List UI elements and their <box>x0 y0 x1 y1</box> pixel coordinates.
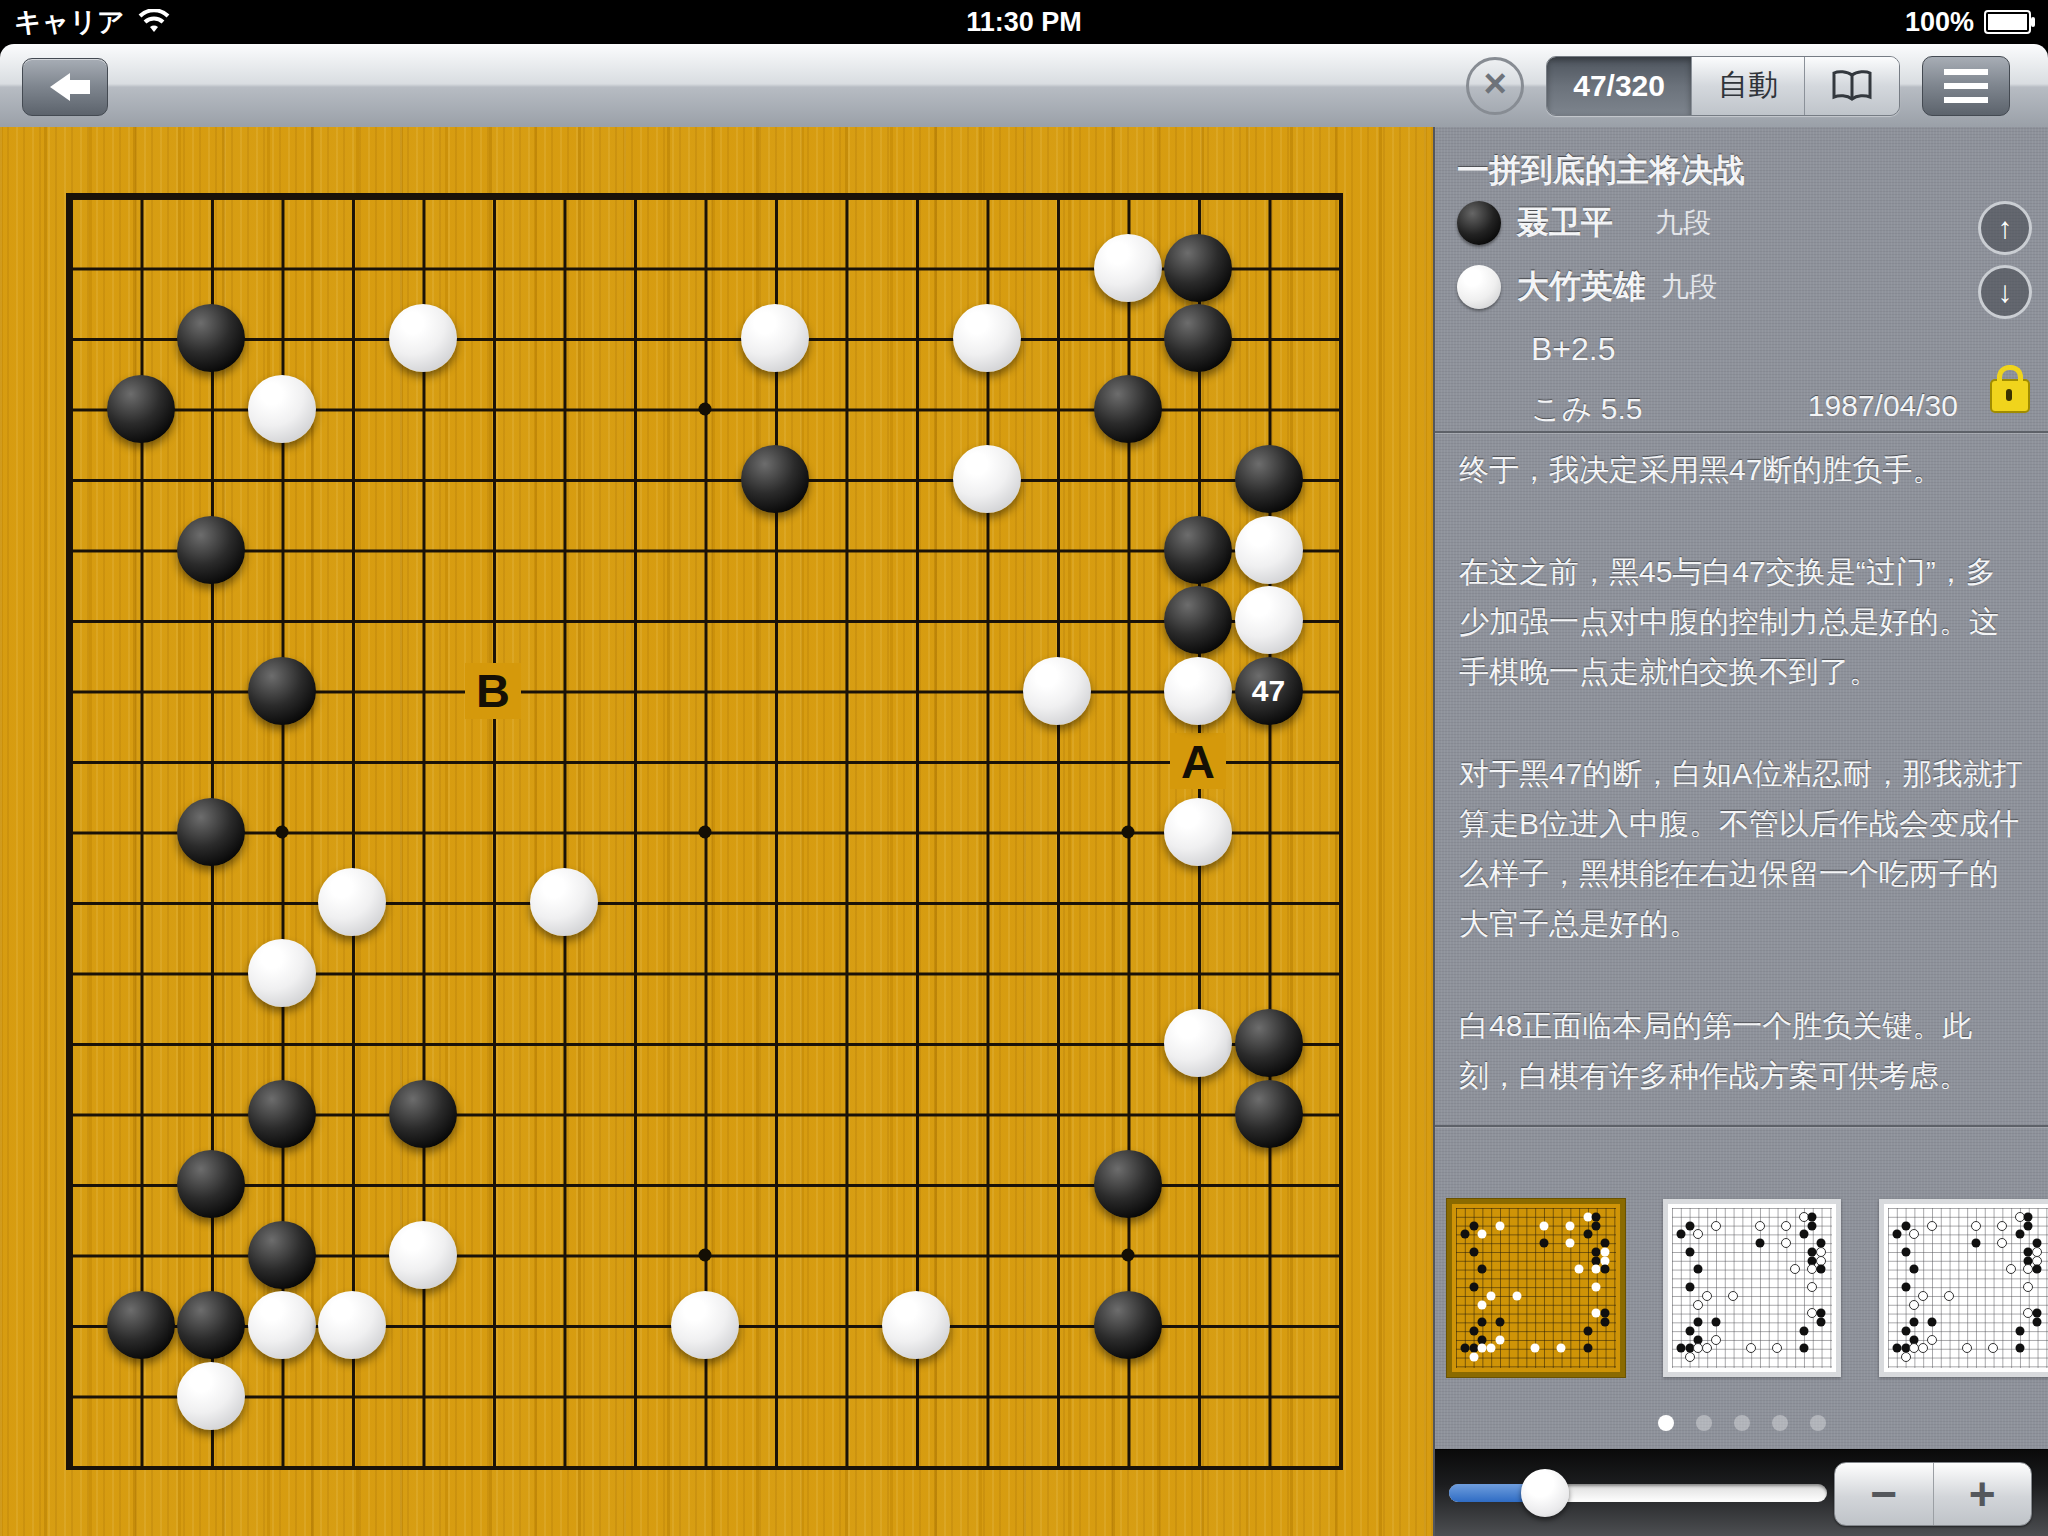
commentary-paragraph: 对于黑47的断，白如A位粘忍耐，那我就打算走B位进入中腹。不管以后作战会变成什么… <box>1459 749 2024 949</box>
thumbnail-stone <box>1971 1239 1980 1248</box>
white-stone <box>1235 516 1303 584</box>
black-stone <box>1164 304 1232 372</box>
black-stone <box>107 375 175 443</box>
point-label-B: B <box>465 663 521 719</box>
thumbnail-stone <box>1469 1283 1478 1292</box>
thumbnail-stone <box>1694 1318 1703 1327</box>
thumbnail-grid <box>1672 1208 1832 1368</box>
black-stone <box>1235 1080 1303 1148</box>
thumbnail-stone <box>1693 1229 1703 1239</box>
black-stone <box>1235 1009 1303 1077</box>
divider <box>1435 1125 2048 1127</box>
black-stone <box>1164 234 1232 302</box>
thumbnail-stone <box>1892 1344 1901 1353</box>
game-date: 1987/04/30 <box>1808 389 1958 423</box>
thumbnail-stone <box>1583 1326 1592 1335</box>
white-player-name: 大竹英雄 <box>1517 265 1645 309</box>
goban-grid[interactable]: BA47 <box>66 193 1343 1470</box>
thumbnail-stone <box>1927 1221 1937 1231</box>
thumbnail-stone <box>1601 1318 1610 1327</box>
thumbnail-stone <box>1746 1343 1756 1353</box>
thumbnail-stone <box>1478 1318 1487 1327</box>
thumbnail-stone <box>1583 1212 1592 1221</box>
thumbnail-stone <box>1469 1247 1478 1256</box>
thumbnail-stone <box>1817 1309 1826 1318</box>
page-dot-2[interactable] <box>1696 1415 1712 1431</box>
thumbnail-stone <box>1566 1239 1575 1248</box>
white-stone <box>1235 586 1303 654</box>
zoom-slider[interactable] <box>1449 1484 1827 1502</box>
thumbnail-stone <box>1478 1265 1487 1274</box>
thumbnail-stone <box>1487 1344 1496 1353</box>
book-icon <box>1831 70 1873 102</box>
white-stone <box>741 304 809 372</box>
star-point <box>1121 1248 1134 1261</box>
white-stone <box>530 868 598 936</box>
black-stone <box>248 657 316 725</box>
zoom-in-button[interactable]: + <box>1934 1463 2032 1525</box>
zoom-out-button[interactable]: − <box>1835 1463 1934 1525</box>
black-stone <box>741 445 809 513</box>
white-stone-icon <box>1457 265 1501 309</box>
black-stone <box>248 1221 316 1289</box>
lock-icon <box>1990 379 2030 413</box>
commentary-paragraph: 终于，我决定采用黑47断的胜负手。 <box>1459 445 2024 495</box>
thumbnail-stone <box>1601 1239 1610 1248</box>
thumbnail-stone <box>1781 1238 1791 1248</box>
white-stone <box>318 1291 386 1359</box>
thumbnail-stone <box>1918 1343 1928 1353</box>
auto-play-segment[interactable]: 自動 <box>1691 57 1804 115</box>
thumbnail-stone <box>1997 1221 2007 1231</box>
thumbnail-stone <box>1685 1221 1694 1230</box>
white-stone <box>882 1291 950 1359</box>
thumbnail-stone <box>1487 1291 1496 1300</box>
info-sidebar: 一拼到底的主将决战 聂卫平 九段 ↑ 大竹英雄 九段 ↓ B+2.5 こみ 5.… <box>1433 127 2048 1536</box>
thumbnail-stone <box>1702 1343 1712 1353</box>
thumbnail-stone <box>1772 1343 1782 1353</box>
thumbnail-stone <box>1892 1230 1901 1239</box>
app-screen: { "game": "go", "status_bar": { "carrier… <box>0 0 2048 1536</box>
white-player-row: 大竹英雄 九段 <box>1457 265 1717 309</box>
thumbnail-stone <box>1531 1344 1540 1353</box>
diagram-thumbnails <box>1447 1199 2048 1377</box>
white-stone <box>248 939 316 1007</box>
thumbnail-stone <box>1817 1318 1826 1327</box>
thumbnail-stone <box>1901 1326 1910 1335</box>
black-stone <box>177 1150 245 1218</box>
thumbnail-stone <box>1469 1221 1478 1230</box>
thumbnail-stone <box>2024 1212 2033 1221</box>
black-stone <box>1235 445 1303 513</box>
thumbnail-stone <box>1478 1335 1487 1344</box>
divider <box>1435 431 2048 433</box>
star-point <box>698 1248 711 1261</box>
thumbnail-stone <box>1790 1264 1800 1274</box>
black-stone <box>1094 1150 1162 1218</box>
game-result: B+2.5 <box>1531 331 1616 368</box>
thumbnail-stone <box>1685 1283 1694 1292</box>
black-stone-icon <box>1457 201 1501 245</box>
thumbnail-stone <box>1495 1221 1504 1230</box>
thumbnail-stone <box>1910 1318 1919 1327</box>
thumbnail-stone <box>1711 1318 1720 1327</box>
thumbnail-stone <box>1901 1221 1910 1230</box>
page-dot-3[interactable] <box>1734 1415 1750 1431</box>
auto-label: 自動 <box>1718 65 1778 106</box>
thumbnail-stone <box>1592 1265 1601 1274</box>
black-stone <box>1164 516 1232 584</box>
scroll-down-button[interactable]: ↓ <box>1978 265 2032 319</box>
zoom-buttons: − + <box>1834 1462 2032 1526</box>
page-dot-5[interactable] <box>1810 1415 1826 1431</box>
star-point <box>698 825 711 838</box>
thumbnail-stone <box>1817 1265 1826 1274</box>
thumbnail-stone <box>1478 1300 1487 1309</box>
page-dots <box>1435 1415 2048 1431</box>
thumbnail-stone <box>1539 1239 1548 1248</box>
black-stone <box>177 304 245 372</box>
thumbnail-stone <box>1711 1335 1721 1345</box>
scroll-up-button[interactable]: ↑ <box>1978 201 2032 255</box>
black-stone <box>177 798 245 866</box>
thumbnail-stone <box>1918 1291 1928 1301</box>
book-segment[interactable] <box>1804 57 1899 115</box>
zoom-slider-thumb[interactable] <box>1521 1469 1569 1517</box>
thumbnail-stone <box>1997 1238 2007 1248</box>
thumbnail-stone <box>1601 1309 1610 1318</box>
mode-segmented-control: 47/320 自動 <box>1546 56 1900 116</box>
black-stone <box>1094 375 1162 443</box>
nav-bar: × 47/320 自動 <box>0 44 2048 129</box>
star-point <box>1121 825 1134 838</box>
black-stone <box>1094 1291 1162 1359</box>
thumbnail-stone <box>1685 1247 1694 1256</box>
white-stone <box>389 304 457 372</box>
battery-percent: 100% <box>1905 7 1974 38</box>
thumbnail-stone <box>1808 1221 1817 1230</box>
white-stone <box>248 375 316 443</box>
thumbnail-stone <box>1539 1221 1548 1230</box>
move-counter: 47/320 <box>1573 69 1665 103</box>
black-stone-move-47: 47 <box>1235 657 1303 725</box>
white-stone <box>389 1221 457 1289</box>
thumbnail-stone <box>1755 1221 1765 1231</box>
thumbnail-stone <box>1469 1344 1478 1353</box>
thumbnail-stone <box>1807 1282 1817 1292</box>
zoom-toolbar: − + <box>1435 1449 2048 1536</box>
black-stone <box>248 1080 316 1148</box>
status-bar: キャリア 11:30 PM 100% <box>0 0 2048 44</box>
thumbnail-stone <box>1592 1247 1601 1256</box>
thumbnail-stone <box>1601 1247 1610 1256</box>
white-stone <box>1164 657 1232 725</box>
black-stone <box>177 1291 245 1359</box>
diagram-thumbnail-2[interactable] <box>1663 1199 1841 1377</box>
thumbnail-stone <box>1592 1221 1601 1230</box>
thumbnail-stone <box>2015 1230 2024 1239</box>
battery-icon <box>1984 9 2036 35</box>
thumbnail-stone <box>1592 1309 1601 1318</box>
thumbnail-stone <box>1927 1318 1936 1327</box>
thumbnail-stone <box>1799 1230 1808 1239</box>
thumbnail-stone <box>1799 1326 1808 1335</box>
thumbnail-stone <box>1909 1300 1919 1310</box>
back-button[interactable] <box>22 58 108 116</box>
thumbnail-stone <box>1685 1352 1695 1362</box>
thumbnail-stone <box>1988 1343 1998 1353</box>
thumbnail-stone <box>1702 1291 1712 1301</box>
white-stone <box>953 445 1021 513</box>
thumbnail-stone <box>1694 1265 1703 1274</box>
thumbnail-stone <box>1601 1265 1610 1274</box>
thumbnail-stone <box>1601 1256 1610 1265</box>
white-stone <box>318 868 386 936</box>
white-stone <box>953 304 1021 372</box>
thumbnail-stone <box>1513 1291 1522 1300</box>
thumbnail-stone <box>1901 1283 1910 1292</box>
point-label-A: A <box>1170 733 1226 789</box>
thumbnail-stone <box>1469 1353 1478 1362</box>
back-arrow-icon <box>36 73 70 101</box>
game-title: 一拼到底的主将决战 <box>1457 149 1745 193</box>
thumbnail-stone <box>2024 1221 2033 1230</box>
thumbnail-stone <box>1469 1326 1478 1335</box>
star-point <box>698 402 711 415</box>
white-stone <box>1164 798 1232 866</box>
move-counter-segment[interactable]: 47/320 <box>1547 57 1691 115</box>
thumbnail-stone <box>1566 1221 1575 1230</box>
thumbnail-stone <box>1944 1291 1954 1301</box>
black-player-name: 聂卫平 <box>1517 201 1613 245</box>
star-point <box>275 825 288 838</box>
thumbnail-stone <box>1478 1230 1487 1239</box>
white-stone <box>248 1291 316 1359</box>
thumbnail-stone <box>1676 1344 1685 1353</box>
move-number-label: 47 <box>1252 674 1285 708</box>
black-stone <box>1164 586 1232 654</box>
thumbnail-stone <box>1495 1318 1504 1327</box>
diagram-thumbnail-current[interactable] <box>1447 1199 1625 1377</box>
thumbnail-stone <box>1557 1344 1566 1353</box>
thumbnail-stone <box>1693 1300 1703 1310</box>
thumbnail-stone <box>1971 1221 1981 1231</box>
white-player-rank: 九段 <box>1661 268 1717 306</box>
thumbnail-stone <box>2033 1265 2042 1274</box>
thumbnail-stone <box>1909 1229 1919 1239</box>
thumbnail-stone <box>1460 1230 1469 1239</box>
thumbnail-stone <box>2006 1264 2016 1274</box>
black-player-row: 聂卫平 九段 <box>1457 201 1711 245</box>
thumbnail-stone <box>1728 1291 1738 1301</box>
thumbnail-stone <box>1592 1212 1601 1221</box>
thumbnail-stone <box>1808 1212 1817 1221</box>
white-stone <box>177 1362 245 1430</box>
thumbnail-stone <box>1901 1247 1910 1256</box>
close-icon: × <box>1484 61 1507 105</box>
thumbnail-stone <box>1962 1343 1972 1353</box>
page-dot-4[interactable] <box>1772 1415 1788 1431</box>
thumbnail-stone <box>1711 1221 1721 1231</box>
move-list-button[interactable] <box>1922 56 2010 116</box>
thumbnail-stone <box>1755 1239 1764 1248</box>
white-stone <box>1164 1009 1232 1077</box>
thumbnail-stone <box>1460 1344 1469 1353</box>
commentary-paragraph: 在这之前，黑45与白47交换是“过门”，多少加强一点对中腹的控制力总是好的。这手… <box>1459 547 2024 697</box>
thumbnail-stone <box>2015 1344 2024 1353</box>
thumbnail-stone <box>1583 1344 1592 1353</box>
thumbnail-stone <box>2033 1309 2042 1318</box>
thumbnail-stone <box>2023 1282 2033 1292</box>
thumbnail-stone <box>1583 1230 1592 1239</box>
clock: 11:30 PM <box>0 7 2048 38</box>
white-stone <box>671 1291 739 1359</box>
thumbnail-stone <box>2015 1326 2024 1335</box>
thumbnail-stone <box>1781 1221 1791 1231</box>
diagram-thumbnail-3[interactable] <box>1879 1199 2048 1377</box>
thumbnail-stone <box>2033 1318 2042 1327</box>
thumbnail-stone <box>1799 1344 1808 1353</box>
black-stone <box>389 1080 457 1148</box>
close-button[interactable]: × <box>1466 57 1524 115</box>
thumbnail-stone <box>1927 1335 1937 1345</box>
commentary-paragraph: 白48正面临本局的第一个胜负关键。此刻，白棋有许多种作战方案可供考虑。 <box>1459 1001 2024 1101</box>
thumbnail-grid <box>1888 1208 2048 1368</box>
thumbnail-stone <box>1592 1283 1601 1292</box>
thumbnail-stone <box>1910 1265 1919 1274</box>
thumbnail-grid <box>1456 1208 1616 1368</box>
thumbnail-stone <box>1676 1230 1685 1239</box>
thumbnail-stone <box>1685 1326 1694 1335</box>
black-stone <box>107 1291 175 1359</box>
white-stone <box>1094 234 1162 302</box>
goban-area: BA47 <box>0 127 1433 1536</box>
thumbnail-stone <box>1901 1352 1911 1362</box>
thumbnail-stone <box>1478 1344 1487 1353</box>
thumbnail-stone <box>1592 1256 1601 1265</box>
thumbnail-stone <box>1495 1335 1504 1344</box>
commentary-text: 终于，我决定采用黑47断的胜负手。在这之前，黑45与白47交换是“过门”，多少加… <box>1459 445 2024 1153</box>
list-icon <box>1944 69 1988 103</box>
white-stone <box>1023 657 1091 725</box>
black-player-rank: 九段 <box>1655 204 1711 242</box>
komi-value: こみ 5.5 <box>1531 389 1642 430</box>
thumbnail-stone <box>1574 1265 1583 1274</box>
black-stone <box>177 516 245 584</box>
page-dot-1[interactable] <box>1658 1415 1674 1431</box>
